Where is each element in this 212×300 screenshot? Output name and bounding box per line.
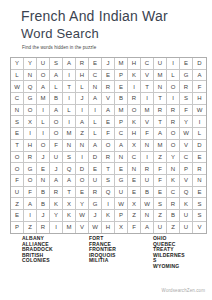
grid-cell: M <box>37 93 50 105</box>
grid-cell: T <box>154 116 167 128</box>
grid-cell: C <box>180 152 193 164</box>
grid-cell: V <box>180 175 193 187</box>
grid-cell: O <box>24 105 37 117</box>
grid-cell: N <box>141 140 154 152</box>
grid-cell: C <box>128 152 141 164</box>
grid-cell: J <box>37 210 50 222</box>
grid-cell: U <box>89 175 102 187</box>
grid-cell: R <box>76 58 89 70</box>
page-subtitle-title: Word Search <box>21 27 99 41</box>
grid-cell: I <box>193 116 206 128</box>
grid-cell: P <box>11 222 24 234</box>
grid-cell: S <box>50 58 63 70</box>
grid-cell: N <box>167 163 180 175</box>
grid-cell: M <box>115 105 128 117</box>
word-list-column-3: OHIOQUEBECTREATYWILDERNESSWYOMING <box>153 236 188 269</box>
grid-cell: E <box>11 210 24 222</box>
grid-cell: A <box>115 140 128 152</box>
grid-cell: Y <box>24 58 37 70</box>
grid-cell: X <box>128 140 141 152</box>
grid-cell: R <box>37 222 50 234</box>
grid-cell: E <box>102 116 115 128</box>
grid-cell: M <box>154 140 167 152</box>
grid-cell: I <box>102 198 115 210</box>
grid-cell: M <box>115 58 128 70</box>
grid-cell: O <box>37 70 50 82</box>
word-list-item: WYOMING <box>153 264 188 270</box>
grid-cell: E <box>128 187 141 199</box>
grid-cell: A <box>89 93 102 105</box>
grid-cell: J <box>76 93 89 105</box>
grid-cell: Q <box>180 187 193 199</box>
grid-cell: I <box>37 105 50 117</box>
grid-cell: H <box>76 70 89 82</box>
grid-cell: A <box>50 70 63 82</box>
grid-cell: Y <box>50 210 63 222</box>
grid-cell: T <box>11 140 24 152</box>
word-list-item: WILDERNESS <box>153 253 188 264</box>
grid-cell: O <box>167 140 180 152</box>
word-search-grid: YYUSAREJMHCUIEDLNOAIHCEPKVMLGAWQALTLNREI… <box>10 57 207 234</box>
grid-cell: P <box>115 210 128 222</box>
grid-cell: D <box>76 163 89 175</box>
grid-cell: G <box>180 70 193 82</box>
grid-cell: Y <box>167 152 180 164</box>
grid-cell: R <box>102 152 115 164</box>
grid-cell: K <box>167 175 180 187</box>
word-list-item: MILITIA <box>89 258 125 264</box>
grid-cell: T <box>141 81 154 93</box>
grid-cell: C <box>167 187 180 199</box>
grid-cell: X <box>24 116 37 128</box>
grid-cell: E <box>37 163 50 175</box>
grid-cell: N <box>128 163 141 175</box>
grid-cell: Y <box>180 116 193 128</box>
grid-cell: U <box>180 210 193 222</box>
grid-cell: N <box>63 140 76 152</box>
grid-cell: J <box>37 152 50 164</box>
grid-cell: Y <box>11 58 24 70</box>
grid-cell: E <box>89 163 102 175</box>
grid-cell: I <box>128 81 141 93</box>
grid-cell: O <box>50 128 63 140</box>
grid-cell: U <box>141 175 154 187</box>
grid-cell: E <box>180 58 193 70</box>
grid-cell: R <box>167 105 180 117</box>
grid-cell: I <box>167 58 180 70</box>
grid-cell: F <box>50 140 63 152</box>
grid-cell: N <box>154 81 167 93</box>
grid-cell: W <box>89 222 102 234</box>
grid-cell: B <box>115 93 128 105</box>
page-title: French And Indian War <box>21 9 168 24</box>
grid-cell: J <box>50 163 63 175</box>
grid-cell: O <box>102 140 115 152</box>
grid-cell: I <box>167 93 180 105</box>
grid-cell: N <box>115 152 128 164</box>
grid-cell: L <box>63 105 76 117</box>
grid-cell: N <box>89 81 102 93</box>
grid-cell: H <box>102 222 115 234</box>
grid-cell: O <box>167 81 180 93</box>
grid-cell: A <box>24 198 37 210</box>
grid-cell: E <box>115 163 128 175</box>
grid-cell: F <box>102 128 115 140</box>
grid-cell: R <box>167 198 180 210</box>
grid-cell: B <box>50 93 63 105</box>
grid-cell: O <box>167 128 180 140</box>
grid-cell: A <box>102 105 115 117</box>
grid-cell: R <box>89 187 102 199</box>
grid-cell: A <box>50 175 63 187</box>
grid-cell: I <box>37 128 50 140</box>
grid-cell: N <box>11 105 24 117</box>
grid-cell: S <box>193 210 206 222</box>
grid-cell: R <box>180 81 193 93</box>
grid-cell: D <box>89 152 102 164</box>
grid-cell: U <box>50 152 63 164</box>
grid-cell: F <box>11 175 24 187</box>
grid-cell: F <box>141 128 154 140</box>
grid-cell: A <box>193 70 206 82</box>
grid-cell: A <box>154 128 167 140</box>
grid-cell: B <box>37 198 50 210</box>
grid-cell: W <box>193 105 206 117</box>
grid-cell: C <box>115 128 128 140</box>
grid-cell: Z <box>154 210 167 222</box>
grid-cell: V <box>180 140 193 152</box>
grid-cell: W <box>180 128 193 140</box>
grid-cell: M <box>63 222 76 234</box>
grid-cell: H <box>128 128 141 140</box>
grid-cell: A <box>141 222 154 234</box>
grid-cell: V <box>76 222 89 234</box>
grid-cell: I <box>141 93 154 105</box>
grid-cell: S <box>11 116 24 128</box>
grid-cell: E <box>89 58 102 70</box>
grid-cell: I <box>63 70 76 82</box>
grid-cell: Q <box>63 163 76 175</box>
grid-cell: J <box>102 58 115 70</box>
grid-cell: U <box>11 187 24 199</box>
grid-cell: A <box>89 140 102 152</box>
grid-cell: B <box>37 187 50 199</box>
word-list-column-1: ALBANYALLIANCEBRADDOCKBRITISHCOLONIES <box>22 236 58 264</box>
grid-cell: M <box>63 128 76 140</box>
grid-cell: R <box>141 163 154 175</box>
grid-cell: R <box>50 187 63 199</box>
grid-cell: O <box>37 140 50 152</box>
grid-cell: M <box>154 70 167 82</box>
grid-cell: L <box>167 70 180 82</box>
grid-cell: K <box>128 116 141 128</box>
grid-cell: U <box>154 58 167 70</box>
grid-cell: E <box>115 81 128 93</box>
word-search-page: French And Indian War Word Search Find t… <box>0 0 212 300</box>
grid-cell: Q <box>24 81 37 93</box>
grid-cell: M <box>141 105 154 117</box>
grid-cell: F <box>193 81 206 93</box>
grid-cell: V <box>102 93 115 105</box>
word-list-item: COLONIES <box>22 258 58 264</box>
grid-cell: I <box>50 222 63 234</box>
grid-cell: K <box>128 70 141 82</box>
grid-cell: E <box>11 128 24 140</box>
grid-cell: U <box>154 222 167 234</box>
grid-cell: Z <box>24 222 37 234</box>
grid-cell: K <box>63 210 76 222</box>
grid-cell: D <box>193 140 206 152</box>
grid-cell: O <box>76 175 89 187</box>
grid-cell: A <box>63 58 76 70</box>
grid-cell: W <box>11 81 24 93</box>
grid-cell: S <box>154 198 167 210</box>
grid-cell: C <box>141 58 154 70</box>
grid-cell: C <box>89 70 102 82</box>
grid-cell: Z <box>11 198 24 210</box>
grid-cell: A <box>76 116 89 128</box>
grid-cell: G <box>24 163 37 175</box>
grid-cell: V <box>141 70 154 82</box>
grid-cell: F <box>128 222 141 234</box>
grid-cell: E <box>128 175 141 187</box>
grid-cell: O <box>11 163 24 175</box>
grid-cell: A <box>37 81 50 93</box>
grid-cell: K <box>50 198 63 210</box>
grid-cell: K <box>180 198 193 210</box>
watermark: WordsearchZen.com <box>162 288 205 293</box>
grid-cell: Q <box>102 187 115 199</box>
grid-cell: I <box>76 152 89 164</box>
grid-cell: J <box>89 210 102 222</box>
grid-cell: G <box>115 175 128 187</box>
grid-cell: F <box>180 105 193 117</box>
grid-cell: I <box>76 105 89 117</box>
grid-cell: N <box>193 175 206 187</box>
grid-cell: F <box>154 175 167 187</box>
grid-cell: R <box>102 81 115 93</box>
grid-cell: X <box>128 198 141 210</box>
grid-cell: I <box>24 128 37 140</box>
grid-cell: O <box>50 116 63 128</box>
grid-cell: C <box>11 93 24 105</box>
grid-cell: P <box>115 70 128 82</box>
grid-cell: L <box>89 128 102 140</box>
grid-cell: N <box>24 70 37 82</box>
grid-cell: G <box>24 93 37 105</box>
grid-cell: U <box>115 187 128 199</box>
grid-cell: L <box>50 81 63 93</box>
grid-cell: X <box>115 222 128 234</box>
grid-cell: R <box>167 116 180 128</box>
grid-cell: R <box>24 152 37 164</box>
grid-cell: N <box>37 175 50 187</box>
grid-cell: D <box>193 58 206 70</box>
grid-cell: E <box>102 70 115 82</box>
grid-cell: R <box>193 163 206 175</box>
grid-cell: F <box>154 163 167 175</box>
grid-cell: I <box>89 105 102 117</box>
grid-cell: P <box>115 116 128 128</box>
grid-cell: Z <box>167 222 180 234</box>
grid-cell: W <box>76 210 89 222</box>
grid-cell: S <box>63 152 76 164</box>
grid-cell: T <box>63 81 76 93</box>
grid-cell: E <box>76 187 89 199</box>
grid-cell: U <box>37 58 50 70</box>
grid-cell: H <box>193 93 206 105</box>
grid-cell: S <box>102 175 115 187</box>
grid-cell: Y <box>76 198 89 210</box>
grid-cell: E <box>193 187 206 199</box>
grid-cell: W <box>141 198 154 210</box>
grid-cell: K <box>102 210 115 222</box>
grid-cell: R <box>128 93 141 105</box>
grid-cell: S <box>180 93 193 105</box>
grid-cell: B <box>167 210 180 222</box>
grid-cell: N <box>141 210 154 222</box>
grid-cell: A <box>63 175 76 187</box>
grid-cell: H <box>24 140 37 152</box>
grid-cell: O <box>11 152 24 164</box>
grid-cell: T <box>154 93 167 105</box>
grid-cell: Z <box>154 152 167 164</box>
grid-cell: X <box>63 198 76 210</box>
grid-cell: P <box>180 163 193 175</box>
grid-cell: V <box>193 222 206 234</box>
grid-cell: Z <box>76 128 89 140</box>
grid-cell: A <box>50 105 63 117</box>
grid-cell: L <box>37 116 50 128</box>
grid-cell: T <box>63 187 76 199</box>
grid-cell: S <box>193 198 206 210</box>
grid-cell: I <box>24 210 37 222</box>
grid-cell: I <box>63 116 76 128</box>
grid-cell: I <box>141 152 154 164</box>
grid-cell: I <box>63 93 76 105</box>
grid-cell: O <box>128 105 141 117</box>
instructions-text: Find the words hidden in the puzzle <box>22 45 96 50</box>
grid-cell: O <box>24 175 37 187</box>
grid-cell: H <box>128 58 141 70</box>
grid-cell: G <box>89 198 102 210</box>
grid-cell: Z <box>128 210 141 222</box>
grid-cell: W <box>115 198 128 210</box>
grid-cell: L <box>89 116 102 128</box>
word-list-column-2: FORTFRANCEFRONTIERIROQUOISMILITIA <box>89 236 125 264</box>
grid-cell: B <box>141 187 154 199</box>
grid-cell: L <box>193 128 206 140</box>
grid-cell: U <box>180 222 193 234</box>
grid-cell: F <box>24 187 37 199</box>
grid-cell: E <box>193 152 206 164</box>
grid-cell: E <box>154 187 167 199</box>
grid-cell: L <box>11 70 24 82</box>
grid-cell: R <box>154 105 167 117</box>
grid-cell: N <box>76 140 89 152</box>
grid-cell: V <box>141 116 154 128</box>
grid-cell: T <box>102 163 115 175</box>
grid-cell: L <box>76 81 89 93</box>
